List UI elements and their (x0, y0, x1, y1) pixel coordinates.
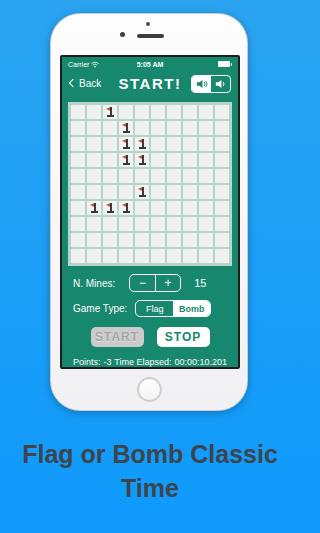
cell-0-1[interactable] (87, 105, 102, 120)
cell-6-8[interactable] (199, 201, 214, 216)
cell-9-9[interactable] (215, 249, 230, 264)
sound-on-button[interactable] (192, 76, 211, 92)
cell-0-0[interactable] (71, 105, 86, 120)
cell-7-5[interactable] (151, 217, 166, 232)
cell-5-1[interactable] (87, 185, 102, 200)
cell-4-3[interactable] (119, 169, 134, 184)
flag-icon (106, 203, 114, 213)
back-label: Back (79, 78, 101, 89)
cell-2-9[interactable] (215, 137, 230, 152)
cell-1-2[interactable] (103, 121, 118, 136)
cell-2-7[interactable] (183, 137, 198, 152)
plus-button[interactable]: + (156, 275, 181, 291)
game-type-label: Game Type: (73, 303, 127, 314)
nav-bar: Back START! (62, 71, 238, 95)
cell-3-4[interactable] (135, 153, 150, 168)
cell-8-8[interactable] (199, 233, 214, 248)
cell-3-0[interactable] (71, 153, 86, 168)
points-label: Points: (73, 357, 101, 367)
cell-9-7[interactable] (183, 249, 198, 264)
cell-1-5[interactable] (151, 121, 166, 136)
flag-icon (122, 203, 130, 213)
cell-2-5[interactable] (151, 137, 166, 152)
app-caption: Flag or Bomb Classic Time (20, 438, 280, 506)
speaker-off-icon (215, 79, 227, 89)
phone-frame: 5:05 AM Carrier Back START! (50, 13, 248, 411)
game-type-segmented: Flag Bomb (135, 300, 211, 317)
cell-9-4[interactable] (135, 249, 150, 264)
cell-9-8[interactable] (199, 249, 214, 264)
cell-0-3[interactable] (119, 105, 134, 120)
cell-8-6[interactable] (167, 233, 182, 248)
mines-stepper: − + (129, 274, 181, 292)
cell-5-4[interactable] (135, 185, 150, 200)
mines-label: N. Mines: (73, 278, 115, 289)
cell-6-6[interactable] (167, 201, 182, 216)
carrier-label: Carrier (68, 61, 89, 68)
cell-6-0[interactable] (71, 201, 86, 216)
flag-option[interactable]: Flag (136, 301, 173, 316)
cell-4-5[interactable] (151, 169, 166, 184)
cell-5-3[interactable] (119, 185, 134, 200)
cell-9-2[interactable] (103, 249, 118, 264)
cell-4-0[interactable] (71, 169, 86, 184)
cell-2-3[interactable] (119, 137, 134, 152)
cell-3-2[interactable] (103, 153, 118, 168)
cell-1-3[interactable] (119, 121, 134, 136)
cell-4-1[interactable] (87, 169, 102, 184)
cell-3-8[interactable] (199, 153, 214, 168)
cell-2-0[interactable] (71, 137, 86, 152)
cell-2-8[interactable] (199, 137, 214, 152)
flag-icon (138, 187, 146, 197)
flag-icon (106, 107, 114, 117)
cell-0-8[interactable] (199, 105, 214, 120)
board (68, 102, 233, 267)
cell-2-1[interactable] (87, 137, 102, 152)
cell-6-5[interactable] (151, 201, 166, 216)
cell-3-6[interactable] (167, 153, 182, 168)
cell-7-2[interactable] (103, 217, 118, 232)
battery-icon (218, 61, 232, 67)
bomb-option[interactable]: Bomb (173, 301, 210, 316)
sound-toggle (191, 75, 231, 93)
app-screen: 5:05 AM Carrier Back START! (60, 55, 240, 369)
cell-6-4[interactable] (135, 201, 150, 216)
flag-icon (122, 155, 130, 165)
stats-row: Points: -3 Time Elapsed: 00:00:10.201 (73, 357, 227, 367)
cell-8-7[interactable] (183, 233, 198, 248)
sound-off-button[interactable] (211, 76, 230, 92)
cell-0-6[interactable] (167, 105, 182, 120)
cell-5-0[interactable] (71, 185, 86, 200)
cell-7-0[interactable] (71, 217, 86, 232)
cell-3-1[interactable] (87, 153, 102, 168)
cell-2-6[interactable] (167, 137, 182, 152)
mines-value: 15 (194, 277, 206, 289)
cell-0-4[interactable] (135, 105, 150, 120)
cell-5-2[interactable] (103, 185, 118, 200)
cell-7-7[interactable] (183, 217, 198, 232)
cell-1-7[interactable] (183, 121, 198, 136)
flag-icon (122, 123, 130, 133)
cell-9-5[interactable] (151, 249, 166, 264)
cell-3-9[interactable] (215, 153, 230, 168)
cell-4-2[interactable] (103, 169, 118, 184)
wifi-icon (91, 61, 99, 68)
cell-5-5[interactable] (151, 185, 166, 200)
cell-9-6[interactable] (167, 249, 182, 264)
cell-8-0[interactable] (71, 233, 86, 248)
minus-button[interactable]: − (130, 275, 156, 291)
cell-0-9[interactable] (215, 105, 230, 120)
cell-1-6[interactable] (167, 121, 182, 136)
points-value: -3 (104, 357, 112, 367)
cell-3-3[interactable] (119, 153, 134, 168)
start-button[interactable]: START (91, 327, 144, 347)
cell-8-2[interactable] (103, 233, 118, 248)
cell-4-9[interactable] (215, 169, 230, 184)
cell-7-9[interactable] (215, 217, 230, 232)
cell-0-7[interactable] (183, 105, 198, 120)
cell-8-4[interactable] (135, 233, 150, 248)
cell-6-7[interactable] (183, 201, 198, 216)
cell-4-6[interactable] (167, 169, 182, 184)
cell-9-0[interactable] (71, 249, 86, 264)
cell-0-2[interactable] (103, 105, 118, 120)
status-bar: 5:05 AM Carrier (62, 57, 238, 71)
flag-icon (138, 139, 146, 149)
cell-7-6[interactable] (167, 217, 182, 232)
flag-icon (138, 155, 146, 165)
cell-7-3[interactable] (119, 217, 134, 232)
cell-7-1[interactable] (87, 217, 102, 232)
cell-4-7[interactable] (183, 169, 198, 184)
cell-7-8[interactable] (199, 217, 214, 232)
cell-9-1[interactable] (87, 249, 102, 264)
controls-panel: N. Mines: − + 15 Game Type: Flag Bomb ST… (62, 266, 238, 367)
cell-6-1[interactable] (87, 201, 102, 216)
game-type-row: Game Type: Flag Bomb (73, 300, 227, 317)
cell-1-4[interactable] (135, 121, 150, 136)
home-button[interactable] (137, 377, 162, 402)
cell-7-4[interactable] (135, 217, 150, 232)
stop-button[interactable]: STOP (157, 327, 210, 347)
front-camera (120, 32, 125, 37)
cell-8-9[interactable] (215, 233, 230, 248)
earpiece-speaker (137, 34, 164, 38)
sensor-dot (146, 22, 150, 26)
cell-1-1[interactable] (87, 121, 102, 136)
cell-8-1[interactable] (87, 233, 102, 248)
mines-row: N. Mines: − + 15 (73, 274, 227, 292)
cell-1-0[interactable] (71, 121, 86, 136)
cell-8-5[interactable] (151, 233, 166, 248)
cell-1-8[interactable] (199, 121, 214, 136)
flag-icon (122, 139, 130, 149)
cell-2-2[interactable] (103, 137, 118, 152)
cell-5-7[interactable] (183, 185, 198, 200)
cell-4-8[interactable] (199, 169, 214, 184)
time-elapsed-label: Time Elapsed: (114, 357, 171, 367)
cell-6-3[interactable] (119, 201, 134, 216)
cell-3-5[interactable] (151, 153, 166, 168)
cell-5-6[interactable] (167, 185, 182, 200)
cell-5-9[interactable] (215, 185, 230, 200)
time-elapsed-value: 00:00:10.201 (174, 357, 227, 367)
cell-0-5[interactable] (151, 105, 166, 120)
cell-5-8[interactable] (199, 185, 214, 200)
action-buttons: START STOP (73, 327, 227, 347)
cell-6-2[interactable] (103, 201, 118, 216)
speaker-on-icon (196, 79, 208, 89)
cell-6-9[interactable] (215, 201, 230, 216)
cell-8-3[interactable] (119, 233, 134, 248)
chevron-left-icon (69, 79, 77, 87)
back-button[interactable]: Back (62, 78, 101, 89)
cell-1-9[interactable] (215, 121, 230, 136)
cell-4-4[interactable] (135, 169, 150, 184)
cell-2-4[interactable] (135, 137, 150, 152)
cell-9-3[interactable] (119, 249, 134, 264)
flag-icon (90, 203, 98, 213)
cell-3-7[interactable] (183, 153, 198, 168)
